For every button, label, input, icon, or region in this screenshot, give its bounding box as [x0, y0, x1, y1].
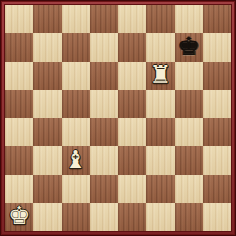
- square-d7[interactable]: [90, 33, 118, 61]
- square-g1[interactable]: [175, 203, 203, 231]
- square-e5[interactable]: [118, 90, 146, 118]
- square-c5[interactable]: [62, 90, 90, 118]
- square-h2[interactable]: [203, 175, 231, 203]
- square-c4[interactable]: [62, 118, 90, 146]
- square-f2[interactable]: [146, 175, 174, 203]
- white-king[interactable]: ♚: [8, 203, 30, 228]
- white-bishop[interactable]: ♝: [64, 147, 86, 172]
- square-d5[interactable]: [90, 90, 118, 118]
- chess-board: ♚♜♝♚: [5, 5, 231, 231]
- square-h4[interactable]: [203, 118, 231, 146]
- square-f8[interactable]: [146, 5, 174, 33]
- black-king[interactable]: ♚: [177, 34, 199, 59]
- board-frame: ♚♜♝♚: [0, 0, 236, 236]
- square-e7[interactable]: [118, 33, 146, 61]
- square-c2[interactable]: [62, 175, 90, 203]
- square-e1[interactable]: [118, 203, 146, 231]
- square-h6[interactable]: [203, 62, 231, 90]
- square-b3[interactable]: [33, 146, 61, 174]
- square-d2[interactable]: [90, 175, 118, 203]
- square-e4[interactable]: [118, 118, 146, 146]
- square-a7[interactable]: [5, 33, 33, 61]
- square-g4[interactable]: [175, 118, 203, 146]
- square-d8[interactable]: [90, 5, 118, 33]
- square-g3[interactable]: [175, 146, 203, 174]
- square-a2[interactable]: [5, 175, 33, 203]
- square-a3[interactable]: [5, 146, 33, 174]
- square-g7[interactable]: ♚: [175, 33, 203, 61]
- square-a4[interactable]: [5, 118, 33, 146]
- square-b4[interactable]: [33, 118, 61, 146]
- square-g5[interactable]: [175, 90, 203, 118]
- square-f6[interactable]: ♜: [146, 62, 174, 90]
- square-b6[interactable]: [33, 62, 61, 90]
- square-f5[interactable]: [146, 90, 174, 118]
- square-c8[interactable]: [62, 5, 90, 33]
- square-h5[interactable]: [203, 90, 231, 118]
- square-e8[interactable]: [118, 5, 146, 33]
- square-e2[interactable]: [118, 175, 146, 203]
- square-b2[interactable]: [33, 175, 61, 203]
- square-h8[interactable]: [203, 5, 231, 33]
- square-f7[interactable]: [146, 33, 174, 61]
- square-b7[interactable]: [33, 33, 61, 61]
- square-c7[interactable]: [62, 33, 90, 61]
- square-a6[interactable]: [5, 62, 33, 90]
- square-a8[interactable]: [5, 5, 33, 33]
- square-d3[interactable]: [90, 146, 118, 174]
- square-c3[interactable]: ♝: [62, 146, 90, 174]
- square-b1[interactable]: [33, 203, 61, 231]
- square-b5[interactable]: [33, 90, 61, 118]
- square-b8[interactable]: [33, 5, 61, 33]
- square-g6[interactable]: [175, 62, 203, 90]
- square-d6[interactable]: [90, 62, 118, 90]
- square-g2[interactable]: [175, 175, 203, 203]
- square-h1[interactable]: [203, 203, 231, 231]
- square-c6[interactable]: [62, 62, 90, 90]
- square-a1[interactable]: ♚: [5, 203, 33, 231]
- square-d1[interactable]: [90, 203, 118, 231]
- square-h7[interactable]: [203, 33, 231, 61]
- square-d4[interactable]: [90, 118, 118, 146]
- square-g8[interactable]: [175, 5, 203, 33]
- white-rook[interactable]: ♜: [149, 62, 171, 87]
- square-f1[interactable]: [146, 203, 174, 231]
- square-e6[interactable]: [118, 62, 146, 90]
- square-h3[interactable]: [203, 146, 231, 174]
- square-f3[interactable]: [146, 146, 174, 174]
- square-a5[interactable]: [5, 90, 33, 118]
- square-f4[interactable]: [146, 118, 174, 146]
- square-c1[interactable]: [62, 203, 90, 231]
- square-e3[interactable]: [118, 146, 146, 174]
